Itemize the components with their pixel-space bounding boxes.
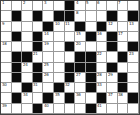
clue-number: 6 — [97, 1, 99, 5]
block-r5c7 — [65, 42, 76, 52]
block-r9c9 — [86, 83, 97, 93]
block-r4c9 — [86, 32, 97, 42]
cell-r2c9[interactable] — [86, 11, 97, 21]
cell-r9c8[interactable] — [75, 83, 86, 93]
cell-r1c11[interactable] — [107, 1, 118, 11]
clue-number: 39 — [2, 104, 6, 108]
cell-r7c1[interactable] — [1, 63, 12, 73]
clue-number: 1 — [2, 1, 4, 5]
block-r2c6 — [54, 11, 65, 21]
cell-r3c6[interactable]: 10 — [54, 22, 65, 32]
cell-r10c1[interactable] — [1, 93, 12, 103]
cell-r6c10[interactable]: 22 — [97, 52, 108, 62]
cell-r1c9[interactable]: 5 — [86, 1, 97, 11]
cell-r11c13[interactable] — [128, 104, 139, 114]
block-r10c5 — [43, 93, 54, 103]
clue-number: 7 — [118, 1, 120, 5]
cell-r4c5[interactable]: 14 — [43, 32, 54, 42]
cell-r6c4[interactable]: 21 — [33, 52, 44, 62]
block-r8c4 — [33, 73, 44, 83]
cell-r3c2[interactable] — [12, 22, 23, 32]
clue-number: 38 — [118, 93, 122, 97]
clue-number: 32 — [65, 83, 69, 87]
block-r6c2 — [12, 52, 23, 62]
cell-r5c10[interactable] — [97, 42, 108, 52]
block-r7c7 — [65, 63, 76, 73]
cell-r9c5[interactable] — [43, 83, 54, 93]
clue-number: 4 — [76, 1, 78, 5]
clue-number: 34 — [23, 93, 27, 97]
block-r10c13 — [128, 93, 139, 103]
block-r6c8 — [75, 52, 86, 62]
block-r8c7 — [65, 73, 76, 83]
block-r5c4 — [33, 42, 44, 52]
cell-r3c13[interactable]: 13 — [128, 22, 139, 32]
crossword-grid: 1234567891011121314151617181920212223242… — [0, 0, 140, 115]
clue-number: 24 — [23, 63, 27, 67]
cell-r2c1[interactable] — [1, 11, 12, 21]
cell-r6c6[interactable] — [54, 52, 65, 62]
cell-r7c12[interactable] — [118, 63, 129, 73]
cell-r9c13[interactable] — [128, 83, 139, 93]
block-r8c9 — [86, 73, 97, 83]
cell-r1c10[interactable]: 6 — [97, 1, 108, 11]
cell-r8c8[interactable]: 27 — [75, 73, 86, 83]
cell-r1c13[interactable] — [128, 1, 139, 11]
block-r2c7 — [65, 11, 76, 21]
cell-r4c3[interactable] — [22, 32, 33, 42]
cell-r7c13[interactable] — [128, 63, 139, 73]
block-r11c4 — [33, 104, 44, 114]
block-r4c11 — [107, 32, 118, 42]
block-r2c13 — [128, 11, 139, 21]
cell-r11c6[interactable] — [54, 104, 65, 114]
block-r2c2 — [12, 11, 23, 21]
cell-r1c1[interactable]: 1 — [1, 1, 12, 11]
cell-r8c13[interactable] — [128, 73, 139, 83]
clue-number: 16 — [97, 32, 101, 36]
block-r4c2 — [12, 32, 23, 42]
cell-r10c9[interactable] — [86, 93, 97, 103]
cell-r3c7[interactable]: 11 — [65, 22, 76, 32]
block-r3c8 — [75, 22, 86, 32]
cell-r11c5[interactable]: 40 — [43, 104, 54, 114]
cell-r1c3[interactable]: 2 — [22, 1, 33, 11]
cell-r3c11[interactable]: 12 — [107, 22, 118, 32]
clue-number: 15 — [76, 32, 80, 36]
block-r9c12 — [118, 83, 129, 93]
block-r2c4 — [33, 11, 44, 21]
cell-r7c3[interactable]: 24 — [22, 63, 33, 73]
block-r7c8 — [75, 63, 86, 73]
clue-number: 25 — [44, 63, 48, 67]
cell-r2c3[interactable] — [22, 11, 33, 21]
cell-r3c1[interactable]: 9 — [1, 22, 12, 32]
block-r1c7 — [65, 1, 76, 11]
block-r10c2 — [12, 93, 23, 103]
cell-r11c11[interactable] — [107, 104, 118, 114]
block-r7c2 — [12, 63, 23, 73]
cell-r5c6[interactable] — [54, 42, 65, 52]
cell-r11c8[interactable] — [75, 104, 86, 114]
clue-number: 2 — [23, 1, 25, 5]
clue-number: 41 — [97, 104, 101, 108]
cell-r9c10[interactable]: 33 — [97, 83, 108, 93]
cell-r9c11[interactable] — [107, 83, 118, 93]
clue-number: 13 — [129, 22, 133, 26]
cell-r2c12[interactable] — [118, 11, 129, 21]
cell-r3c9[interactable] — [86, 22, 97, 32]
cell-r4c7[interactable] — [65, 32, 76, 42]
clue-number: 29 — [108, 73, 112, 77]
clue-number: 23 — [129, 52, 133, 56]
cell-r11c2[interactable] — [12, 104, 23, 114]
cell-r4c13[interactable] — [128, 32, 139, 42]
cell-r5c5[interactable]: 19 — [43, 42, 54, 52]
cell-r9c2[interactable] — [12, 83, 23, 93]
cell-r9c1[interactable]: 30 — [1, 83, 12, 93]
block-r8c12 — [118, 73, 129, 83]
clue-number: 19 — [44, 42, 48, 46]
cell-r1c8[interactable]: 4 — [75, 1, 86, 11]
clue-number: 31 — [33, 83, 37, 87]
block-r11c9 — [86, 104, 97, 114]
block-r4c4 — [33, 32, 44, 42]
block-r2c11 — [107, 11, 118, 21]
cell-r2c5[interactable] — [43, 11, 54, 21]
clue-number: 36 — [76, 93, 80, 97]
clue-number: 5 — [86, 1, 88, 5]
clue-number: 33 — [97, 83, 101, 87]
cell-r5c9[interactable] — [86, 42, 97, 52]
cell-r6c13[interactable]: 23 — [128, 52, 139, 62]
cell-r8c11[interactable]: 29 — [107, 73, 118, 83]
cell-r3c4[interactable] — [33, 22, 44, 32]
cell-r10c8[interactable]: 36 — [75, 93, 86, 103]
cell-r8c3[interactable] — [22, 73, 33, 83]
block-r7c11 — [107, 63, 118, 73]
cell-r4c8[interactable]: 15 — [75, 32, 86, 42]
block-r10c10 — [97, 93, 108, 103]
cell-r5c3[interactable] — [22, 42, 33, 52]
cell-r6c7[interactable] — [65, 52, 76, 62]
cell-r8c5[interactable]: 26 — [43, 73, 54, 83]
block-r5c13 — [128, 42, 139, 52]
cell-r11c7[interactable] — [65, 104, 76, 114]
cell-r8c10[interactable]: 28 — [97, 73, 108, 83]
cell-r6c1[interactable] — [1, 52, 12, 62]
clue-number: 37 — [108, 93, 112, 97]
block-r8c2 — [12, 73, 23, 83]
cell-r1c6[interactable] — [54, 1, 65, 11]
block-r9c3 — [22, 83, 33, 93]
clue-number: 10 — [55, 22, 59, 26]
clue-number: 12 — [108, 22, 112, 26]
clue-number: 11 — [65, 22, 69, 26]
clue-number: 22 — [97, 52, 101, 56]
block-r9c6 — [54, 83, 65, 93]
cell-r1c2[interactable] — [12, 1, 23, 11]
cell-r11c3[interactable] — [22, 104, 33, 114]
cell-r9c7[interactable]: 32 — [65, 83, 76, 93]
cell-r3c12[interactable] — [118, 22, 129, 32]
cell-r11c10[interactable]: 41 — [97, 104, 108, 114]
block-r5c11 — [107, 42, 118, 52]
clue-number: 26 — [44, 73, 48, 77]
cell-r3c3[interactable] — [22, 22, 33, 32]
clue-number: 30 — [2, 83, 6, 87]
clue-number: 18 — [2, 42, 6, 46]
block-r3c10 — [97, 22, 108, 32]
cell-r5c12[interactable] — [118, 42, 129, 52]
clue-number: 8 — [76, 11, 78, 15]
cell-r2c8[interactable]: 8 — [75, 11, 86, 21]
cell-r4c6[interactable] — [54, 32, 65, 42]
cell-r9c4[interactable]: 31 — [33, 83, 44, 93]
clue-number: 14 — [44, 32, 48, 36]
cell-r5c1[interactable]: 18 — [1, 42, 12, 52]
clue-number: 28 — [97, 73, 101, 77]
clue-number: 20 — [76, 42, 80, 46]
block-r6c3 — [22, 52, 33, 62]
cell-r11c12[interactable] — [118, 104, 129, 114]
cell-r7c10[interactable] — [97, 63, 108, 73]
cell-r8c1[interactable] — [1, 73, 12, 83]
block-r7c4 — [33, 63, 44, 73]
cell-r10c3[interactable]: 34 — [22, 93, 33, 103]
block-r7c9 — [86, 63, 97, 73]
cell-r4c10[interactable]: 16 — [97, 32, 108, 42]
cell-r1c5[interactable]: 3 — [43, 1, 54, 11]
cell-r10c6[interactable]: 35 — [54, 93, 65, 103]
clue-number: 40 — [44, 104, 48, 108]
cell-r8c6[interactable] — [54, 73, 65, 83]
clue-number: 17 — [118, 32, 122, 36]
cell-r1c4[interactable] — [33, 1, 44, 11]
cell-r5c2[interactable] — [12, 42, 23, 52]
cell-r5c8[interactable]: 20 — [75, 42, 86, 52]
cell-r4c12[interactable]: 17 — [118, 32, 129, 42]
cell-r7c6[interactable] — [54, 63, 65, 73]
cell-r4c1[interactable] — [1, 32, 12, 42]
cell-r6c5[interactable] — [43, 52, 54, 62]
block-r3c5 — [43, 22, 54, 32]
clue-number: 9 — [2, 22, 4, 26]
cell-r7c5[interactable]: 25 — [43, 63, 54, 73]
clue-number: 27 — [76, 73, 80, 77]
cell-r10c11[interactable]: 37 — [107, 93, 118, 103]
cell-r6c11[interactable] — [107, 52, 118, 62]
cell-r10c12[interactable]: 38 — [118, 93, 129, 103]
block-r10c7 — [65, 93, 76, 103]
clue-number: 21 — [33, 52, 37, 56]
block-r6c12 — [118, 52, 129, 62]
clue-number: 35 — [55, 93, 59, 97]
cell-r11c1[interactable]: 39 — [1, 104, 12, 114]
cell-r10c4[interactable] — [33, 93, 44, 103]
cell-r1c12[interactable]: 7 — [118, 1, 129, 11]
clue-number: 3 — [44, 1, 46, 5]
cell-r2c10[interactable] — [97, 11, 108, 21]
block-r6c9 — [86, 52, 97, 62]
